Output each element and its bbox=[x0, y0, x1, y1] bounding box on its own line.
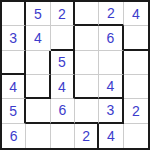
cell-r2c3[interactable] bbox=[51, 26, 75, 50]
given-digit: 4 bbox=[9, 80, 17, 94]
cell-r2c4[interactable] bbox=[75, 26, 99, 50]
cell-r4c3[interactable]: 4 bbox=[51, 75, 75, 99]
cell-r1c1[interactable] bbox=[2, 2, 26, 26]
given-digit: 2 bbox=[58, 7, 66, 21]
cell-r2c1[interactable]: 3 bbox=[2, 26, 26, 50]
given-digit: 6 bbox=[10, 129, 18, 143]
cell-r3c6[interactable] bbox=[124, 51, 148, 75]
cell-r5c2[interactable] bbox=[26, 99, 50, 123]
given-digit: 4 bbox=[132, 7, 140, 21]
given-digit: 2 bbox=[82, 129, 90, 143]
cell-r4c6[interactable] bbox=[124, 75, 148, 99]
cell-r4c2[interactable] bbox=[26, 75, 50, 99]
cell-r1c5[interactable]: 2 bbox=[99, 2, 123, 26]
cell-r6c4[interactable]: 2 bbox=[75, 124, 99, 148]
given-digit: 5 bbox=[34, 7, 42, 21]
cell-r6c5[interactable]: 4 bbox=[99, 124, 123, 148]
cell-r3c5[interactable] bbox=[99, 51, 123, 75]
cell-r3c4[interactable] bbox=[75, 51, 99, 75]
cell-r1c4[interactable] bbox=[75, 2, 99, 26]
cell-r5c1[interactable]: 5 bbox=[2, 99, 26, 123]
given-digit: 3 bbox=[107, 103, 115, 117]
given-digit: 4 bbox=[107, 129, 115, 143]
cell-r6c6[interactable] bbox=[124, 124, 148, 148]
cell-r6c1[interactable]: 6 bbox=[2, 124, 26, 148]
cell-r1c3[interactable]: 2 bbox=[51, 2, 75, 26]
cell-r4c1[interactable]: 4 bbox=[2, 75, 26, 99]
given-digit: 6 bbox=[58, 103, 66, 117]
cell-r3c3[interactable]: 5 bbox=[51, 51, 75, 75]
cell-r2c2[interactable]: 4 bbox=[26, 26, 50, 50]
cell-r6c2[interactable] bbox=[26, 124, 50, 148]
given-digit: 6 bbox=[107, 31, 115, 45]
given-digit: 2 bbox=[132, 104, 140, 118]
given-digit: 4 bbox=[34, 31, 42, 45]
cell-r5c6[interactable]: 2 bbox=[124, 99, 148, 123]
given-digit: 5 bbox=[9, 104, 17, 118]
cell-r5c3[interactable]: 6 bbox=[51, 99, 75, 123]
suguru-board: 522434654445632624 bbox=[0, 0, 150, 150]
given-digit: 2 bbox=[107, 6, 115, 20]
cell-r3c2[interactable] bbox=[26, 51, 50, 75]
cell-r5c5[interactable]: 3 bbox=[99, 99, 123, 123]
cell-r1c2[interactable]: 5 bbox=[26, 2, 50, 26]
cell-r5c4[interactable] bbox=[75, 99, 99, 123]
cell-r4c5[interactable]: 4 bbox=[99, 75, 123, 99]
given-digit: 4 bbox=[58, 80, 66, 94]
given-digit: 4 bbox=[107, 79, 115, 93]
given-digit: 3 bbox=[9, 31, 17, 45]
cell-r2c6[interactable] bbox=[124, 26, 148, 50]
cell-r6c3[interactable] bbox=[51, 124, 75, 148]
given-digit: 5 bbox=[58, 55, 66, 69]
cell-r1c6[interactable]: 4 bbox=[124, 2, 148, 26]
cell-r4c4[interactable] bbox=[75, 75, 99, 99]
cell-r2c5[interactable]: 6 bbox=[99, 26, 123, 50]
cell-r3c1[interactable] bbox=[2, 51, 26, 75]
